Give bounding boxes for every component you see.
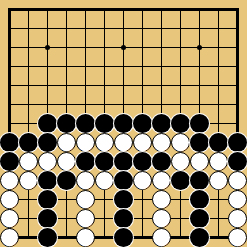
intersection[interactable]: ● <box>133 152 152 171</box>
intersection[interactable] <box>0 19 19 38</box>
black-stone: ● <box>114 171 133 190</box>
intersection[interactable] <box>228 57 247 76</box>
intersection[interactable]: ● <box>0 171 19 190</box>
intersection[interactable]: ● <box>190 114 209 133</box>
black-stone: ● <box>38 133 57 152</box>
white-stone: ● <box>76 209 95 228</box>
intersection[interactable] <box>57 57 76 76</box>
white-stone: ● <box>76 171 95 190</box>
intersection[interactable]: ● <box>171 133 190 152</box>
intersection[interactable] <box>209 114 228 133</box>
black-stone: ● <box>190 171 209 190</box>
intersection[interactable] <box>152 19 171 38</box>
intersection[interactable] <box>133 38 152 57</box>
white-stone: ● <box>95 171 114 190</box>
black-stone: ● <box>95 114 114 133</box>
intersection[interactable]: ● <box>228 133 247 152</box>
intersection[interactable]: ● <box>95 152 114 171</box>
intersection[interactable] <box>133 0 152 19</box>
intersection[interactable] <box>19 57 38 76</box>
intersection[interactable] <box>0 38 19 57</box>
black-stone: ● <box>76 114 95 133</box>
black-stone: ● <box>19 133 38 152</box>
intersection[interactable]: ● <box>209 171 228 190</box>
intersection[interactable] <box>209 0 228 19</box>
black-stone: ● <box>38 228 57 247</box>
board-grid: ●●●●●●●●●●●●●●●●●●●●●●●●●●●●●●●●●●●●●●●●… <box>0 0 247 247</box>
intersection[interactable] <box>133 190 152 209</box>
intersection[interactable] <box>190 0 209 19</box>
intersection[interactable]: ● <box>152 171 171 190</box>
intersection[interactable] <box>57 228 76 247</box>
intersection[interactable]: ● <box>57 171 76 190</box>
black-stone: ● <box>209 133 228 152</box>
intersection[interactable]: ● <box>76 228 95 247</box>
intersection[interactable]: ● <box>190 152 209 171</box>
intersection[interactable]: ● <box>0 228 19 247</box>
black-stone: ● <box>190 209 209 228</box>
white-stone: ● <box>152 228 171 247</box>
intersection[interactable]: ● <box>38 209 57 228</box>
black-stone: ● <box>190 228 209 247</box>
intersection[interactable] <box>209 209 228 228</box>
intersection[interactable]: ● <box>171 114 190 133</box>
black-stone: ● <box>95 152 114 171</box>
intersection[interactable] <box>152 95 171 114</box>
intersection[interactable] <box>171 76 190 95</box>
intersection[interactable] <box>57 19 76 38</box>
intersection[interactable] <box>209 38 228 57</box>
white-stone: ● <box>95 133 114 152</box>
intersection[interactable] <box>190 76 209 95</box>
intersection[interactable] <box>57 38 76 57</box>
intersection[interactable] <box>209 228 228 247</box>
intersection[interactable] <box>57 95 76 114</box>
intersection[interactable] <box>95 209 114 228</box>
white-stone: ● <box>171 152 190 171</box>
intersection[interactable] <box>19 209 38 228</box>
intersection[interactable]: ● <box>114 171 133 190</box>
black-stone: ● <box>114 190 133 209</box>
intersection[interactable]: ● <box>114 133 133 152</box>
intersection[interactable] <box>19 114 38 133</box>
intersection[interactable] <box>133 57 152 76</box>
black-stone: ● <box>38 190 57 209</box>
white-stone: ● <box>0 171 19 190</box>
intersection[interactable] <box>171 95 190 114</box>
intersection[interactable]: ● <box>171 171 190 190</box>
intersection[interactable] <box>228 19 247 38</box>
white-stone: ● <box>0 209 19 228</box>
intersection[interactable] <box>95 76 114 95</box>
intersection[interactable] <box>171 228 190 247</box>
intersection[interactable] <box>152 0 171 19</box>
black-stone: ● <box>114 152 133 171</box>
white-stone: ● <box>57 133 76 152</box>
intersection[interactable]: ● <box>0 209 19 228</box>
intersection[interactable] <box>171 190 190 209</box>
intersection[interactable] <box>0 95 19 114</box>
white-stone: ● <box>171 133 190 152</box>
intersection[interactable] <box>114 0 133 19</box>
intersection[interactable] <box>0 76 19 95</box>
intersection[interactable] <box>95 19 114 38</box>
black-stone: ● <box>228 133 247 152</box>
black-stone: ● <box>0 133 19 152</box>
intersection[interactable] <box>171 19 190 38</box>
white-stone: ● <box>190 152 209 171</box>
white-stone: ● <box>228 228 247 247</box>
intersection[interactable]: ● <box>133 114 152 133</box>
intersection[interactable] <box>57 190 76 209</box>
intersection[interactable]: ● <box>152 152 171 171</box>
intersection[interactable]: ● <box>95 114 114 133</box>
intersection[interactable] <box>228 38 247 57</box>
intersection[interactable] <box>152 57 171 76</box>
white-stone: ● <box>114 133 133 152</box>
black-stone: ● <box>152 114 171 133</box>
intersection[interactable]: ● <box>95 171 114 190</box>
intersection[interactable]: ● <box>0 190 19 209</box>
intersection[interactable]: ● <box>209 133 228 152</box>
intersection[interactable] <box>171 57 190 76</box>
intersection[interactable] <box>19 228 38 247</box>
intersection[interactable] <box>19 190 38 209</box>
white-stone: ● <box>228 171 247 190</box>
intersection[interactable]: ● <box>0 152 19 171</box>
intersection[interactable] <box>38 95 57 114</box>
white-stone: ● <box>152 133 171 152</box>
white-stone: ● <box>0 228 19 247</box>
intersection[interactable] <box>95 38 114 57</box>
intersection[interactable] <box>209 57 228 76</box>
intersection[interactable] <box>0 114 19 133</box>
intersection[interactable]: ● <box>57 114 76 133</box>
black-stone: ● <box>190 133 209 152</box>
intersection[interactable] <box>133 209 152 228</box>
intersection[interactable] <box>19 38 38 57</box>
white-stone: ● <box>152 190 171 209</box>
intersection[interactable] <box>95 228 114 247</box>
intersection[interactable]: ● <box>114 152 133 171</box>
black-stone: ● <box>133 114 152 133</box>
white-stone: ● <box>209 171 228 190</box>
intersection[interactable]: ● <box>152 114 171 133</box>
intersection[interactable] <box>19 95 38 114</box>
white-stone: ● <box>38 152 57 171</box>
intersection[interactable] <box>152 38 171 57</box>
white-stone: ● <box>152 209 171 228</box>
white-stone: ● <box>209 152 228 171</box>
intersection[interactable] <box>76 19 95 38</box>
white-stone: ● <box>0 190 19 209</box>
intersection[interactable] <box>209 190 228 209</box>
intersection[interactable]: ● <box>133 171 152 190</box>
black-stone: ● <box>171 171 190 190</box>
intersection[interactable]: ● <box>76 152 95 171</box>
black-stone: ● <box>38 114 57 133</box>
intersection[interactable]: ● <box>38 133 57 152</box>
intersection[interactable]: ● <box>114 209 133 228</box>
white-stone: ● <box>76 133 95 152</box>
intersection[interactable] <box>76 38 95 57</box>
intersection[interactable] <box>57 0 76 19</box>
black-stone: ● <box>38 171 57 190</box>
intersection[interactable] <box>114 95 133 114</box>
intersection[interactable] <box>38 57 57 76</box>
black-stone: ● <box>190 190 209 209</box>
intersection[interactable]: ● <box>152 228 171 247</box>
white-stone: ● <box>152 171 171 190</box>
white-stone: ● <box>19 171 38 190</box>
intersection[interactable]: ● <box>19 152 38 171</box>
black-stone: ● <box>57 171 76 190</box>
intersection[interactable]: ● <box>152 133 171 152</box>
intersection[interactable] <box>133 76 152 95</box>
intersection[interactable] <box>0 57 19 76</box>
intersection[interactable] <box>38 38 57 57</box>
intersection[interactable] <box>190 57 209 76</box>
intersection[interactable]: ● <box>76 209 95 228</box>
black-stone: ● <box>114 114 133 133</box>
intersection[interactable] <box>209 95 228 114</box>
intersection[interactable] <box>209 76 228 95</box>
black-stone: ● <box>171 114 190 133</box>
intersection[interactable] <box>152 76 171 95</box>
white-stone: ● <box>133 171 152 190</box>
go-board: ●●●●●●●●●●●●●●●●●●●●●●●●●●●●●●●●●●●●●●●●… <box>0 0 247 247</box>
intersection[interactable]: ● <box>190 190 209 209</box>
intersection[interactable]: ● <box>76 114 95 133</box>
intersection[interactable]: ● <box>76 190 95 209</box>
white-stone: ● <box>19 152 38 171</box>
intersection[interactable] <box>114 19 133 38</box>
intersection[interactable] <box>190 19 209 38</box>
intersection[interactable]: ● <box>133 133 152 152</box>
intersection[interactable] <box>76 76 95 95</box>
intersection[interactable] <box>57 76 76 95</box>
intersection[interactable]: ● <box>190 209 209 228</box>
intersection[interactable] <box>209 19 228 38</box>
intersection[interactable] <box>190 95 209 114</box>
intersection[interactable]: ● <box>190 228 209 247</box>
intersection[interactable]: ● <box>114 114 133 133</box>
go-diagram: { "game": { "name": "Go", "board_size": … <box>0 0 247 247</box>
intersection[interactable] <box>228 95 247 114</box>
intersection[interactable] <box>0 0 19 19</box>
black-stone: ● <box>57 114 76 133</box>
black-stone: ● <box>114 209 133 228</box>
intersection[interactable]: ● <box>76 133 95 152</box>
intersection[interactable]: ● <box>114 190 133 209</box>
intersection[interactable] <box>228 114 247 133</box>
intersection[interactable] <box>171 209 190 228</box>
white-stone: ● <box>76 228 95 247</box>
black-stone: ● <box>152 152 171 171</box>
intersection[interactable] <box>38 19 57 38</box>
intersection[interactable]: ● <box>228 152 247 171</box>
intersection[interactable]: ● <box>57 133 76 152</box>
intersection[interactable] <box>38 0 57 19</box>
intersection[interactable]: ● <box>228 190 247 209</box>
intersection[interactable] <box>114 38 133 57</box>
white-stone: ● <box>228 209 247 228</box>
intersection[interactable]: ● <box>152 190 171 209</box>
black-stone: ● <box>38 209 57 228</box>
black-stone: ● <box>133 152 152 171</box>
intersection[interactable]: ● <box>57 152 76 171</box>
intersection[interactable] <box>38 76 57 95</box>
intersection[interactable] <box>95 190 114 209</box>
intersection[interactable]: ● <box>38 228 57 247</box>
intersection[interactable] <box>95 57 114 76</box>
intersection[interactable] <box>19 19 38 38</box>
intersection[interactable] <box>190 38 209 57</box>
intersection[interactable] <box>133 228 152 247</box>
white-stone: ● <box>228 190 247 209</box>
intersection[interactable]: ● <box>190 133 209 152</box>
white-stone: ● <box>133 133 152 152</box>
intersection[interactable] <box>171 0 190 19</box>
white-stone: ● <box>76 190 95 209</box>
intersection[interactable]: ● <box>19 171 38 190</box>
intersection[interactable] <box>76 95 95 114</box>
intersection[interactable] <box>95 0 114 19</box>
black-stone: ● <box>190 114 209 133</box>
black-stone: ● <box>0 152 19 171</box>
white-stone: ● <box>57 152 76 171</box>
intersection[interactable] <box>228 76 247 95</box>
intersection[interactable] <box>76 0 95 19</box>
intersection[interactable]: ● <box>19 133 38 152</box>
black-stone: ● <box>114 228 133 247</box>
intersection[interactable] <box>114 76 133 95</box>
intersection[interactable]: ● <box>38 152 57 171</box>
intersection[interactable] <box>95 95 114 114</box>
intersection[interactable]: ● <box>114 228 133 247</box>
intersection[interactable] <box>171 38 190 57</box>
black-stone: ● <box>76 152 95 171</box>
intersection[interactable] <box>19 0 38 19</box>
intersection[interactable] <box>76 57 95 76</box>
intersection[interactable]: ● <box>190 171 209 190</box>
intersection[interactable]: ● <box>95 133 114 152</box>
intersection[interactable]: ● <box>0 133 19 152</box>
intersection[interactable]: ● <box>38 114 57 133</box>
intersection[interactable]: ● <box>76 171 95 190</box>
intersection[interactable]: ● <box>209 152 228 171</box>
intersection[interactable]: ● <box>228 209 247 228</box>
intersection[interactable]: ● <box>171 152 190 171</box>
intersection[interactable]: ● <box>38 190 57 209</box>
intersection[interactable]: ● <box>228 171 247 190</box>
intersection[interactable] <box>228 0 247 19</box>
intersection[interactable] <box>114 57 133 76</box>
intersection[interactable]: ● <box>228 228 247 247</box>
intersection[interactable] <box>133 95 152 114</box>
intersection[interactable]: ● <box>152 209 171 228</box>
intersection[interactable]: ● <box>38 171 57 190</box>
intersection[interactable] <box>133 19 152 38</box>
intersection[interactable] <box>57 209 76 228</box>
intersection[interactable] <box>19 76 38 95</box>
black-stone: ● <box>228 152 247 171</box>
